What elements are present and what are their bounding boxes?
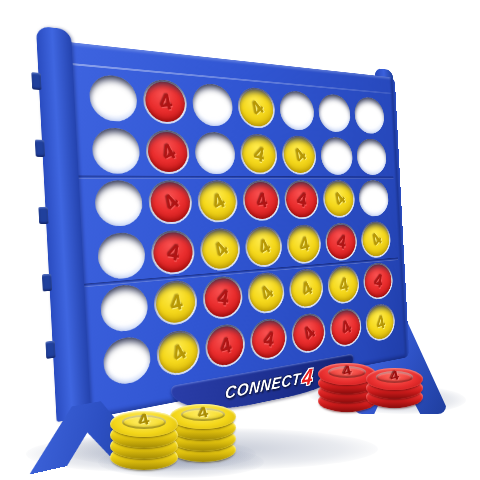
cell-r4-c2[interactable]: 4 <box>147 226 199 279</box>
yellow-disc: 4 <box>241 135 277 173</box>
hole <box>192 82 234 127</box>
red-disc-stack-2: 4 <box>366 364 423 408</box>
disc-number: 4 <box>375 312 386 332</box>
hole: 4 <box>322 180 355 218</box>
yellow-disc: 4 <box>287 226 320 264</box>
disc-number: 4 <box>166 241 181 264</box>
disc-number: 4 <box>218 334 233 358</box>
cell-r6-c7[interactable]: 4 <box>362 300 397 346</box>
yellow-disc: 4 <box>362 222 391 257</box>
disc-number: 4 <box>168 290 184 314</box>
yellow-disc: 4 <box>248 273 283 314</box>
hole: 4 <box>142 78 187 125</box>
cell-r2-c4[interactable]: 4 <box>236 130 280 177</box>
hole <box>194 131 236 174</box>
hole <box>356 138 387 175</box>
red-disc: 4 <box>244 182 279 220</box>
hole: 4 <box>202 275 243 321</box>
cell-r5-c3[interactable]: 4 <box>199 272 247 325</box>
disc-number: 4 <box>298 234 311 255</box>
disc-number: 4 <box>298 277 314 299</box>
yellow-disc: 4 <box>201 229 239 270</box>
post-tab <box>42 274 52 292</box>
hole <box>279 90 315 131</box>
yellow-coin: 4 <box>170 404 236 429</box>
yellow-disc: 4 <box>290 269 323 308</box>
product-photo-scene: 4444444444444444444444444444 CONNECT 4 4… <box>0 0 480 480</box>
cell-r3-c4[interactable]: 4 <box>239 177 283 224</box>
cell-r1-c7[interactable] <box>351 93 387 137</box>
hole: 4 <box>249 317 287 363</box>
cell-r5-c5[interactable]: 4 <box>286 265 327 314</box>
cell-r1-c6[interactable] <box>315 90 353 135</box>
cell-r4-c7[interactable]: 4 <box>358 218 394 261</box>
board-grid: 4444444444444444444444444444 <box>85 70 398 392</box>
disc-number: 4 <box>208 189 227 213</box>
red-disc: 4 <box>326 224 357 260</box>
yellow-disc: 4 <box>283 137 316 173</box>
hole <box>318 93 351 132</box>
yellow-coin: 4 <box>110 411 178 437</box>
yellow-disc: 4 <box>155 281 196 325</box>
yellow-disc: 4 <box>239 88 275 127</box>
disc-number: 4 <box>296 189 308 210</box>
disc-number: 4 <box>246 97 266 120</box>
red-disc: 4 <box>251 318 286 360</box>
cell-r4-c3[interactable]: 4 <box>196 224 244 275</box>
disc-number: 4 <box>330 188 347 209</box>
hole <box>91 127 140 174</box>
cell-r1-c4[interactable]: 4 <box>234 83 279 132</box>
hole: 4 <box>156 328 201 378</box>
cell-r3-c5[interactable]: 4 <box>281 177 322 222</box>
cell-r6-c1[interactable] <box>99 331 155 391</box>
hole: 4 <box>239 133 278 174</box>
cell-r5-c4[interactable]: 4 <box>244 268 288 319</box>
cell-r1-c1[interactable] <box>85 70 142 126</box>
yellow-disc: 4 <box>246 227 281 266</box>
cell-r5-c2[interactable]: 4 <box>150 275 202 330</box>
cell-r5-c6[interactable]: 4 <box>324 262 362 309</box>
post-tab <box>31 72 41 90</box>
disc-number: 4 <box>216 286 230 308</box>
red-disc: 4 <box>292 313 325 353</box>
hole: 4 <box>244 226 282 269</box>
hole <box>88 74 137 123</box>
cell-r2-c6[interactable] <box>317 134 355 178</box>
hole: 4 <box>247 271 285 315</box>
disc-number: 4 <box>336 232 347 252</box>
hole: 4 <box>363 262 394 301</box>
disc-number: 4 <box>256 282 276 304</box>
disc-number: 4 <box>373 271 383 290</box>
coin-number: 4 <box>169 398 237 428</box>
cell-r6-c3[interactable]: 4 <box>201 319 249 374</box>
logo-number: 4 <box>301 364 313 391</box>
cell-r3-c3[interactable]: 4 <box>194 177 242 226</box>
disc-number: 4 <box>255 235 273 258</box>
hole: 4 <box>150 230 195 276</box>
hole: 4 <box>145 129 190 174</box>
disc-number: 4 <box>157 140 178 165</box>
red-disc: 4 <box>285 182 318 218</box>
cell-r6-c5[interactable]: 4 <box>288 308 329 358</box>
yellow-disc: 4 <box>324 182 355 217</box>
cell-r6-c4[interactable]: 4 <box>246 313 290 366</box>
disc-number: 4 <box>159 190 183 214</box>
panel-seam <box>76 176 394 180</box>
post-tab <box>45 341 55 359</box>
red-disc: 4 <box>206 324 244 368</box>
yellow-disc: 4 <box>366 304 394 341</box>
disc-number: 4 <box>299 323 318 344</box>
cell-r6-c6[interactable]: 4 <box>327 304 365 352</box>
red-coin: 4 <box>366 368 423 390</box>
cell-r3-c1[interactable] <box>90 177 147 231</box>
hole: 4 <box>199 228 241 272</box>
cell-r2-c1[interactable] <box>87 123 144 177</box>
cell-r2-c7[interactable] <box>354 135 390 177</box>
hole: 4 <box>365 302 396 342</box>
cell-r4-c5[interactable]: 4 <box>283 221 324 268</box>
cell-r6-c2[interactable]: 4 <box>152 325 204 383</box>
hole: 4 <box>360 221 391 259</box>
cell-r4-c1[interactable] <box>93 228 149 284</box>
hole <box>358 180 389 217</box>
hole <box>100 283 149 334</box>
hole: 4 <box>327 265 360 306</box>
disc-number: 4 <box>157 90 173 113</box>
cell-r4-c4[interactable]: 4 <box>241 223 285 272</box>
cell-r1-c5[interactable] <box>276 87 317 134</box>
hole: 4 <box>148 180 193 225</box>
coin-number: 4 <box>365 363 423 389</box>
post-tab <box>35 140 45 157</box>
cell-r3-c2[interactable]: 4 <box>144 177 196 228</box>
hole <box>354 96 385 134</box>
logo-text: CONNECT <box>224 369 301 403</box>
red-disc: 4 <box>330 308 360 347</box>
disc-number: 4 <box>290 144 309 166</box>
disc-number: 4 <box>168 340 189 365</box>
yellow-disc: 4 <box>158 330 199 376</box>
hole: 4 <box>153 279 198 327</box>
cell-r2-c3[interactable] <box>191 128 239 177</box>
hole: 4 <box>291 312 327 356</box>
disc-number: 4 <box>209 238 231 261</box>
hole <box>97 232 146 281</box>
disc-number: 4 <box>262 329 275 350</box>
hole: 4 <box>325 222 358 261</box>
hole: 4 <box>284 180 320 219</box>
disc-number: 4 <box>253 143 266 165</box>
cell-r5-c7[interactable]: 4 <box>360 259 396 304</box>
cell-r4-c6[interactable]: 4 <box>322 220 360 265</box>
hole: 4 <box>281 135 317 175</box>
disc-number: 4 <box>338 317 353 339</box>
cell-r3-c6[interactable]: 4 <box>320 177 358 221</box>
cell-r1-c2[interactable]: 4 <box>139 75 191 129</box>
red-disc: 4 <box>152 231 194 274</box>
hole: 4 <box>237 86 276 129</box>
hole: 4 <box>286 224 322 265</box>
disc-number: 4 <box>255 190 269 212</box>
cell-r3-c7[interactable] <box>356 178 392 220</box>
yellow-disc: 4 <box>198 182 236 221</box>
cell-r1-c3[interactable] <box>188 79 236 130</box>
hole: 4 <box>288 268 324 310</box>
red-disc: 4 <box>147 131 189 172</box>
hole <box>102 335 151 388</box>
hole: 4 <box>197 180 239 223</box>
red-disc: 4 <box>150 182 192 223</box>
post-tab <box>38 207 48 224</box>
yellow-disc: 4 <box>328 266 358 303</box>
red-disc: 4 <box>204 277 242 319</box>
red-disc: 4 <box>364 263 392 299</box>
disc-number: 4 <box>368 230 384 250</box>
hole: 4 <box>242 180 281 221</box>
cell-r5-c1[interactable] <box>96 280 152 338</box>
hole <box>320 137 353 175</box>
hole: 4 <box>329 307 362 349</box>
cell-r2-c2[interactable]: 4 <box>141 126 193 177</box>
hole: 4 <box>204 322 245 370</box>
red-disc: 4 <box>144 80 186 123</box>
coin-number: 4 <box>109 405 179 436</box>
yellow-disc-stack-1: 4 <box>110 406 178 470</box>
disc-number: 4 <box>338 274 350 295</box>
yellow-disc-stack-2: 4 <box>170 400 236 462</box>
hole <box>94 180 143 227</box>
cell-r2-c5[interactable]: 4 <box>279 132 320 177</box>
